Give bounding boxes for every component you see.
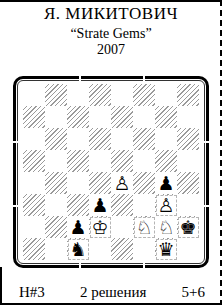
chess-piece-bQ-g1: ♛ bbox=[157, 238, 174, 260]
square-g2: ♘ bbox=[155, 216, 177, 238]
chess-piece-bP-c2: ♟ bbox=[69, 216, 86, 238]
square-c6 bbox=[67, 128, 89, 150]
square-a6 bbox=[23, 128, 45, 150]
square-h8 bbox=[177, 84, 199, 106]
square-h2: ♚ bbox=[177, 216, 199, 238]
square-g5 bbox=[155, 150, 177, 172]
chess-piece-wK-d2: ♔ bbox=[91, 216, 108, 238]
square-h7 bbox=[177, 106, 199, 128]
square-c5 bbox=[67, 150, 89, 172]
square-g1: ♛ bbox=[155, 238, 177, 260]
square-f8 bbox=[133, 84, 155, 106]
frame-notch bbox=[143, 262, 145, 268]
solutions-label: 2 решения bbox=[80, 284, 147, 301]
square-h4 bbox=[177, 172, 199, 194]
chess-problem-card: Я. МИКИТОВИЧ “Strate Gems” 2007 ♙♟♟♙♟♔♘♘… bbox=[0, 0, 222, 305]
square-e4: ♙ bbox=[111, 172, 133, 194]
square-d3: ♟ bbox=[89, 194, 111, 216]
chess-piece-wP-e4: ♙ bbox=[113, 172, 130, 194]
square-e1 bbox=[111, 238, 133, 260]
chess-board: ♙♟♟♙♟♔♘♘♚♞♛ bbox=[13, 76, 209, 268]
square-c7 bbox=[67, 106, 89, 128]
frame-notch bbox=[203, 141, 209, 143]
square-h5 bbox=[177, 150, 199, 172]
square-a5 bbox=[23, 150, 45, 172]
square-e5 bbox=[111, 150, 133, 172]
square-a7 bbox=[23, 106, 45, 128]
square-f1 bbox=[133, 238, 155, 260]
square-a3 bbox=[23, 194, 45, 216]
square-f3 bbox=[133, 194, 155, 216]
square-g3: ♙ bbox=[155, 194, 177, 216]
problem-caption: H#3 2 решения 5+6 bbox=[0, 283, 222, 301]
square-a4 bbox=[23, 172, 45, 194]
square-e7 bbox=[111, 106, 133, 128]
frame-notch bbox=[143, 76, 145, 82]
top-rule bbox=[0, 0, 222, 2]
square-f6 bbox=[133, 128, 155, 150]
source-title: “Strate Gems” bbox=[0, 26, 222, 42]
frame-notch bbox=[79, 76, 81, 82]
square-c8 bbox=[67, 84, 89, 106]
square-a2 bbox=[23, 216, 45, 238]
square-d2: ♔ bbox=[89, 216, 111, 238]
square-b1 bbox=[45, 238, 67, 260]
square-a1 bbox=[23, 238, 45, 260]
square-f4 bbox=[133, 172, 155, 194]
square-b5 bbox=[45, 150, 67, 172]
material-count: 5+6 bbox=[182, 284, 205, 301]
chess-piece-wN-f2: ♘ bbox=[135, 216, 152, 238]
frame-notch bbox=[79, 262, 81, 268]
square-g6 bbox=[155, 128, 177, 150]
square-b6 bbox=[45, 128, 67, 150]
frame-notch bbox=[13, 205, 19, 207]
chess-piece-bP-d3: ♟ bbox=[91, 194, 108, 216]
chess-piece-wP-g3: ♙ bbox=[157, 194, 174, 216]
square-f2: ♘ bbox=[133, 216, 155, 238]
chess-board-frame-inner: ♙♟♟♙♟♔♘♘♚♞♛ bbox=[17, 80, 205, 264]
square-g7 bbox=[155, 106, 177, 128]
square-h6 bbox=[177, 128, 199, 150]
square-e8 bbox=[111, 84, 133, 106]
publication-year: 2007 bbox=[0, 42, 222, 58]
frame-notch bbox=[13, 141, 19, 143]
chess-piece-bK-h2: ♚ bbox=[179, 216, 196, 238]
square-a8 bbox=[23, 84, 45, 106]
square-d5 bbox=[89, 150, 111, 172]
square-f5 bbox=[133, 150, 155, 172]
square-c4 bbox=[67, 172, 89, 194]
frame-notch bbox=[203, 205, 209, 207]
square-h1 bbox=[177, 238, 199, 260]
square-d1 bbox=[89, 238, 111, 260]
author-name: Я. МИКИТОВИЧ bbox=[0, 4, 222, 24]
chess-board-grid: ♙♟♟♙♟♔♘♘♚♞♛ bbox=[23, 84, 199, 260]
chess-piece-wN-g2: ♘ bbox=[157, 216, 174, 238]
square-e2 bbox=[111, 216, 133, 238]
square-d7 bbox=[89, 106, 111, 128]
square-b4 bbox=[45, 172, 67, 194]
square-b7 bbox=[45, 106, 67, 128]
square-c1: ♞ bbox=[67, 238, 89, 260]
square-h3 bbox=[177, 194, 199, 216]
square-b8 bbox=[45, 84, 67, 106]
square-d8 bbox=[89, 84, 111, 106]
square-d4 bbox=[89, 172, 111, 194]
square-c2: ♟ bbox=[67, 216, 89, 238]
square-e6 bbox=[111, 128, 133, 150]
square-b2 bbox=[45, 216, 67, 238]
square-e3 bbox=[111, 194, 133, 216]
square-g4: ♟ bbox=[155, 172, 177, 194]
stipulation-label: H#3 bbox=[19, 284, 45, 301]
square-g8 bbox=[155, 84, 177, 106]
square-d6 bbox=[89, 128, 111, 150]
problem-header: Я. МИКИТОВИЧ “Strate Gems” 2007 bbox=[0, 4, 222, 58]
chess-piece-bN-c1: ♞ bbox=[69, 238, 86, 260]
chess-piece-bP-g4: ♟ bbox=[157, 172, 174, 194]
square-f7 bbox=[133, 106, 155, 128]
square-c3 bbox=[67, 194, 89, 216]
square-b3 bbox=[45, 194, 67, 216]
